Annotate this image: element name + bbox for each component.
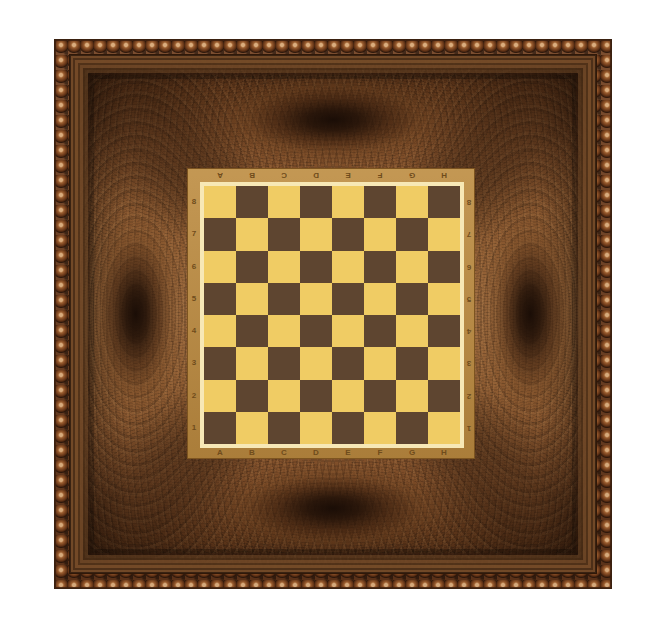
page-background: ABCDEFGH ABCDEFGH 87654321 87654321 <box>0 0 672 624</box>
file-label-bottom-a: A <box>204 448 236 458</box>
square-h5[interactable] <box>428 283 460 315</box>
rank-label-right-3: 3 <box>464 347 474 379</box>
square-d7[interactable] <box>300 218 332 250</box>
square-e1[interactable] <box>332 412 364 444</box>
file-label-bottom-f: F <box>364 448 396 458</box>
square-e2[interactable] <box>332 380 364 412</box>
square-a2[interactable] <box>204 380 236 412</box>
file-label-bottom-b: B <box>236 448 268 458</box>
square-b7[interactable] <box>236 218 268 250</box>
square-d8[interactable] <box>300 186 332 218</box>
square-e5[interactable] <box>332 283 364 315</box>
square-f7[interactable] <box>364 218 396 250</box>
square-a6[interactable] <box>204 251 236 283</box>
square-f8[interactable] <box>364 186 396 218</box>
file-label-top-c: C <box>268 169 300 182</box>
square-d5[interactable] <box>300 283 332 315</box>
rank-label-right-6: 6 <box>464 251 474 283</box>
file-label-bottom-e: E <box>332 448 364 458</box>
square-g6[interactable] <box>396 251 428 283</box>
file-label-top-h: H <box>428 169 460 182</box>
file-label-bottom-h: H <box>428 448 460 458</box>
rank-label-right-2: 2 <box>464 380 474 412</box>
square-b8[interactable] <box>236 186 268 218</box>
file-label-top-g: G <box>396 169 428 182</box>
square-f6[interactable] <box>364 251 396 283</box>
file-label-top-d: D <box>300 169 332 182</box>
file-label-top-b: B <box>236 169 268 182</box>
file-labels-bottom: ABCDEFGH <box>204 448 460 458</box>
file-label-top-e: E <box>332 169 364 182</box>
square-e8[interactable] <box>332 186 364 218</box>
square-h8[interactable] <box>428 186 460 218</box>
rank-label-right-5: 5 <box>464 283 474 315</box>
square-b2[interactable] <box>236 380 268 412</box>
square-g5[interactable] <box>396 283 428 315</box>
square-a5[interactable] <box>204 283 236 315</box>
rank-label-right-4: 4 <box>464 315 474 347</box>
rank-label-left-4: 4 <box>188 315 200 347</box>
rank-labels-right: 87654321 <box>464 186 474 444</box>
file-label-bottom-d: D <box>300 448 332 458</box>
squares-grid <box>204 186 460 444</box>
rank-label-left-5: 5 <box>188 283 200 315</box>
square-d4[interactable] <box>300 315 332 347</box>
square-a7[interactable] <box>204 218 236 250</box>
rank-label-right-8: 8 <box>464 186 474 218</box>
square-g3[interactable] <box>396 347 428 379</box>
square-f5[interactable] <box>364 283 396 315</box>
board-inner <box>200 182 464 448</box>
square-h6[interactable] <box>428 251 460 283</box>
square-c5[interactable] <box>268 283 300 315</box>
square-f2[interactable] <box>364 380 396 412</box>
file-label-bottom-g: G <box>396 448 428 458</box>
square-h3[interactable] <box>428 347 460 379</box>
rank-label-right-7: 7 <box>464 218 474 250</box>
square-c1[interactable] <box>268 412 300 444</box>
square-a4[interactable] <box>204 315 236 347</box>
square-e7[interactable] <box>332 218 364 250</box>
rank-label-left-2: 2 <box>188 380 200 412</box>
square-d1[interactable] <box>300 412 332 444</box>
square-h2[interactable] <box>428 380 460 412</box>
square-b4[interactable] <box>236 315 268 347</box>
square-h1[interactable] <box>428 412 460 444</box>
file-label-top-f: F <box>364 169 396 182</box>
square-a3[interactable] <box>204 347 236 379</box>
file-label-bottom-c: C <box>268 448 300 458</box>
square-g7[interactable] <box>396 218 428 250</box>
square-b5[interactable] <box>236 283 268 315</box>
square-e6[interactable] <box>332 251 364 283</box>
square-e3[interactable] <box>332 347 364 379</box>
square-g4[interactable] <box>396 315 428 347</box>
file-labels-top: ABCDEFGH <box>204 169 460 182</box>
square-a1[interactable] <box>204 412 236 444</box>
rank-labels-left: 87654321 <box>188 186 200 444</box>
square-h4[interactable] <box>428 315 460 347</box>
square-g1[interactable] <box>396 412 428 444</box>
square-f1[interactable] <box>364 412 396 444</box>
square-c6[interactable] <box>268 251 300 283</box>
square-c4[interactable] <box>268 315 300 347</box>
square-c8[interactable] <box>268 186 300 218</box>
square-d6[interactable] <box>300 251 332 283</box>
square-f3[interactable] <box>364 347 396 379</box>
square-c3[interactable] <box>268 347 300 379</box>
rank-label-left-6: 6 <box>188 251 200 283</box>
square-d2[interactable] <box>300 380 332 412</box>
square-e4[interactable] <box>332 315 364 347</box>
square-g2[interactable] <box>396 380 428 412</box>
chess-board: ABCDEFGH ABCDEFGH 87654321 87654321 <box>187 168 475 459</box>
square-f4[interactable] <box>364 315 396 347</box>
rank-label-left-7: 7 <box>188 218 200 250</box>
rank-label-left-3: 3 <box>188 347 200 379</box>
rank-label-right-1: 1 <box>464 412 474 444</box>
square-d3[interactable] <box>300 347 332 379</box>
rank-label-left-8: 8 <box>188 186 200 218</box>
square-g8[interactable] <box>396 186 428 218</box>
file-label-top-a: A <box>204 169 236 182</box>
square-b6[interactable] <box>236 251 268 283</box>
square-c7[interactable] <box>268 218 300 250</box>
rank-label-left-1: 1 <box>188 412 200 444</box>
square-a8[interactable] <box>204 186 236 218</box>
square-c2[interactable] <box>268 380 300 412</box>
square-b1[interactable] <box>236 412 268 444</box>
square-h7[interactable] <box>428 218 460 250</box>
square-b3[interactable] <box>236 347 268 379</box>
